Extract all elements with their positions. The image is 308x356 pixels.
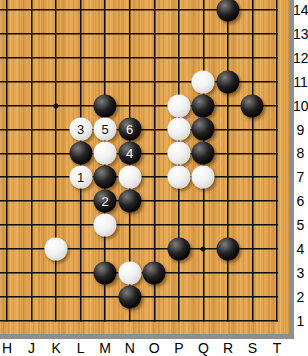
intersection-M4[interactable] <box>93 237 118 261</box>
intersection-P13[interactable] <box>167 22 192 46</box>
intersection-J7[interactable] <box>19 165 44 189</box>
black-stone-M3 <box>94 261 117 284</box>
intersection-Q8[interactable] <box>191 141 216 165</box>
intersection-K10[interactable] <box>44 94 69 118</box>
intersection-S10[interactable] <box>240 94 265 118</box>
intersection-P2[interactable] <box>167 285 192 309</box>
black-stone-Q10 <box>192 94 215 117</box>
intersection-O7[interactable] <box>142 165 167 189</box>
intersection-K13[interactable] <box>44 22 69 46</box>
intersection-Q1[interactable] <box>191 309 216 333</box>
white-stone-M8 <box>94 142 117 165</box>
row-label-8: 8 <box>293 145 308 161</box>
intersection-J14[interactable] <box>19 0 44 22</box>
intersection-Q13[interactable] <box>191 22 216 46</box>
intersection-R8[interactable] <box>216 141 241 165</box>
intersection-P3[interactable] <box>167 261 192 285</box>
intersection-L12[interactable] <box>68 46 93 70</box>
intersection-N5[interactable] <box>117 213 142 237</box>
star-point-Q4 <box>201 246 206 251</box>
row-label-5: 5 <box>293 217 308 233</box>
intersection-M3[interactable] <box>93 261 118 285</box>
intersection-H8[interactable] <box>0 141 19 165</box>
intersection-M13[interactable] <box>93 22 118 46</box>
row-label-4: 4 <box>293 241 308 257</box>
black-stone-P4 <box>167 237 190 260</box>
intersection-T12[interactable] <box>265 46 290 70</box>
go-board: 356412 <box>0 0 294 339</box>
column-label-T: T <box>273 340 282 356</box>
intersection-J4[interactable] <box>19 237 44 261</box>
intersection-L11[interactable] <box>68 70 93 94</box>
intersection-J9[interactable] <box>19 117 44 141</box>
intersection-M2[interactable] <box>93 285 118 309</box>
intersection-J10[interactable] <box>19 94 44 118</box>
intersection-L5[interactable] <box>68 213 93 237</box>
column-label-L: L <box>77 340 85 356</box>
intersection-L7[interactable]: 1 <box>68 165 93 189</box>
intersection-S12[interactable] <box>240 46 265 70</box>
black-stone-M10 <box>94 94 117 117</box>
row-label-3: 3 <box>293 265 308 281</box>
intersection-P9[interactable] <box>167 117 192 141</box>
intersection-T7[interactable] <box>265 165 290 189</box>
intersection-O1[interactable] <box>142 309 167 333</box>
intersection-K3[interactable] <box>44 261 69 285</box>
intersection-H7[interactable] <box>0 165 19 189</box>
intersection-O4[interactable] <box>142 237 167 261</box>
intersection-P14[interactable] <box>167 0 192 22</box>
intersection-P1[interactable] <box>167 309 192 333</box>
intersection-N9[interactable]: 6 <box>117 117 142 141</box>
column-label-H: H <box>2 340 12 356</box>
intersection-Q9[interactable] <box>191 117 216 141</box>
intersection-P4[interactable] <box>167 237 192 261</box>
intersection-P12[interactable] <box>167 46 192 70</box>
intersection-L8[interactable] <box>68 141 93 165</box>
intersection-N14[interactable] <box>117 0 142 22</box>
intersection-T14[interactable] <box>265 0 290 22</box>
intersection-K2[interactable] <box>44 285 69 309</box>
intersection-T9[interactable] <box>265 117 290 141</box>
row-label-13: 13 <box>293 26 308 42</box>
black-stone-N6 <box>118 190 141 213</box>
intersection-N3[interactable] <box>117 261 142 285</box>
intersection-S1[interactable] <box>240 309 265 333</box>
row-label-7: 7 <box>293 169 308 185</box>
star-point-K10 <box>54 103 59 108</box>
intersection-R5[interactable] <box>216 213 241 237</box>
intersection-R6[interactable] <box>216 189 241 213</box>
column-label-J: J <box>28 340 35 356</box>
white-stone-P8 <box>167 142 190 165</box>
black-stone-N2 <box>118 285 141 308</box>
row-label-11: 11 <box>293 74 308 90</box>
intersection-M7[interactable] <box>93 165 118 189</box>
intersection-L14[interactable] <box>68 0 93 22</box>
intersection-J8[interactable] <box>19 141 44 165</box>
intersection-T6[interactable] <box>265 189 290 213</box>
intersection-R7[interactable] <box>216 165 241 189</box>
intersection-O5[interactable] <box>142 213 167 237</box>
intersection-S7[interactable] <box>240 165 265 189</box>
intersection-Q6[interactable] <box>191 189 216 213</box>
row-label-9: 9 <box>293 122 308 138</box>
intersection-N6[interactable] <box>117 189 142 213</box>
intersection-S6[interactable] <box>240 189 265 213</box>
intersection-S3[interactable] <box>240 261 265 285</box>
intersection-R12[interactable] <box>216 46 241 70</box>
black-stone-Q9 <box>192 118 215 141</box>
intersection-H12[interactable] <box>0 46 19 70</box>
intersection-R2[interactable] <box>216 285 241 309</box>
intersection-O13[interactable] <box>142 22 167 46</box>
intersection-S14[interactable] <box>240 0 265 22</box>
intersection-O14[interactable] <box>142 0 167 22</box>
intersection-K7[interactable] <box>44 165 69 189</box>
move-number-5: 5 <box>102 123 109 136</box>
intersection-O3[interactable] <box>142 261 167 285</box>
intersection-N4[interactable] <box>117 237 142 261</box>
intersection-O9[interactable] <box>142 117 167 141</box>
intersection-R4[interactable] <box>216 237 241 261</box>
column-label-P: P <box>174 340 183 356</box>
intersection-M6[interactable]: 2 <box>93 189 118 213</box>
black-stone-O3 <box>143 261 166 284</box>
black-stone-Q8 <box>192 142 215 165</box>
black-stone-R4 <box>216 237 239 260</box>
intersection-J3[interactable] <box>19 261 44 285</box>
intersection-R1[interactable] <box>216 309 241 333</box>
intersection-J11[interactable] <box>19 70 44 94</box>
intersection-O12[interactable] <box>142 46 167 70</box>
column-label-R: R <box>223 340 233 356</box>
intersection-M5[interactable] <box>93 213 118 237</box>
intersection-R11[interactable] <box>216 70 241 94</box>
intersection-N1[interactable] <box>117 309 142 333</box>
intersection-H1[interactable] <box>0 309 19 333</box>
black-stone-R14 <box>216 0 239 21</box>
white-stone-P9 <box>167 118 190 141</box>
intersection-T4[interactable] <box>265 237 290 261</box>
intersection-P10[interactable] <box>167 94 192 118</box>
intersection-H11[interactable] <box>0 70 19 94</box>
row-label-12: 12 <box>293 50 308 66</box>
intersection-T8[interactable] <box>265 141 290 165</box>
intersection-P8[interactable] <box>167 141 192 165</box>
move-number-4: 4 <box>126 147 133 160</box>
intersection-J12[interactable] <box>19 46 44 70</box>
intersection-Q7[interactable] <box>191 165 216 189</box>
intersection-J1[interactable] <box>19 309 44 333</box>
intersection-Q10[interactable] <box>191 94 216 118</box>
intersection-O10[interactable] <box>142 94 167 118</box>
intersection-K5[interactable] <box>44 213 69 237</box>
move-number-1: 1 <box>77 171 84 184</box>
intersection-Q11[interactable] <box>191 70 216 94</box>
black-stone-L8 <box>69 142 92 165</box>
intersection-Q5[interactable] <box>191 213 216 237</box>
row-label-6: 6 <box>293 193 308 209</box>
intersection-H13[interactable] <box>0 22 19 46</box>
intersection-P11[interactable] <box>167 70 192 94</box>
intersection-J13[interactable] <box>19 22 44 46</box>
intersection-O2[interactable] <box>142 285 167 309</box>
intersection-L3[interactable] <box>68 261 93 285</box>
intersection-H2[interactable] <box>0 285 19 309</box>
intersection-N8[interactable]: 4 <box>117 141 142 165</box>
white-stone-L7: 1 <box>69 166 92 189</box>
intersection-M9[interactable]: 5 <box>93 117 118 141</box>
intersection-L6[interactable] <box>68 189 93 213</box>
intersection-S13[interactable] <box>240 22 265 46</box>
intersection-M1[interactable] <box>93 309 118 333</box>
white-stone-P10 <box>167 94 190 117</box>
intersection-S11[interactable] <box>240 70 265 94</box>
move-number-3: 3 <box>77 123 84 136</box>
intersection-K9[interactable] <box>44 117 69 141</box>
white-stone-N7 <box>118 166 141 189</box>
intersection-K11[interactable] <box>44 70 69 94</box>
column-label-N: N <box>125 340 135 356</box>
intersection-H3[interactable] <box>0 261 19 285</box>
intersection-H10[interactable] <box>0 94 19 118</box>
intersection-O11[interactable] <box>142 70 167 94</box>
intersection-J6[interactable] <box>19 189 44 213</box>
intersection-L10[interactable] <box>68 94 93 118</box>
intersection-S2[interactable] <box>240 285 265 309</box>
intersection-H6[interactable] <box>0 189 19 213</box>
black-stone-M7 <box>94 166 117 189</box>
white-stone-M5 <box>94 213 117 236</box>
go-diagram-screenshot: { "game": "go", "diagram": { "descriptio… <box>0 0 308 356</box>
row-label-14: 14 <box>293 2 308 18</box>
row-label-2: 2 <box>293 289 308 305</box>
black-stone-N9: 6 <box>118 118 141 141</box>
intersection-M11[interactable] <box>93 70 118 94</box>
white-stone-Q7 <box>192 166 215 189</box>
intersection-T11[interactable] <box>265 70 290 94</box>
intersection-L1[interactable] <box>68 309 93 333</box>
white-stone-L9: 3 <box>69 118 92 141</box>
intersection-T10[interactable] <box>265 94 290 118</box>
intersection-L4[interactable] <box>68 237 93 261</box>
white-stone-P7 <box>167 166 190 189</box>
intersection-R9[interactable] <box>216 117 241 141</box>
intersection-L2[interactable] <box>68 285 93 309</box>
intersection-P5[interactable] <box>167 213 192 237</box>
intersection-S4[interactable] <box>240 237 265 261</box>
column-label-M: M <box>99 340 111 356</box>
intersection-K1[interactable] <box>44 309 69 333</box>
intersection-Q2[interactable] <box>191 285 216 309</box>
row-label-10: 10 <box>293 98 308 114</box>
intersection-S8[interactable] <box>240 141 265 165</box>
intersection-P6[interactable] <box>167 189 192 213</box>
intersection-N11[interactable] <box>117 70 142 94</box>
intersection-O6[interactable] <box>142 189 167 213</box>
intersection-O8[interactable] <box>142 141 167 165</box>
move-number-2: 2 <box>102 195 109 208</box>
intersection-M8[interactable] <box>93 141 118 165</box>
intersection-K6[interactable] <box>44 189 69 213</box>
intersection-N12[interactable] <box>117 46 142 70</box>
intersection-P7[interactable] <box>167 165 192 189</box>
intersection-Q14[interactable] <box>191 0 216 22</box>
intersection-Q4[interactable] <box>191 237 216 261</box>
intersection-T3[interactable] <box>265 261 290 285</box>
intersection-R3[interactable] <box>216 261 241 285</box>
column-label-Q: Q <box>198 340 209 356</box>
intersection-K12[interactable] <box>44 46 69 70</box>
intersection-T5[interactable] <box>265 213 290 237</box>
intersection-S9[interactable] <box>240 117 265 141</box>
intersection-R14[interactable] <box>216 0 241 22</box>
intersection-R10[interactable] <box>216 94 241 118</box>
intersection-T2[interactable] <box>265 285 290 309</box>
board-grid: 356412 <box>0 0 289 333</box>
intersection-N10[interactable] <box>117 94 142 118</box>
black-stone-R11 <box>216 70 239 93</box>
intersection-Q12[interactable] <box>191 46 216 70</box>
column-label-K: K <box>51 340 60 356</box>
black-stone-N8: 4 <box>118 142 141 165</box>
intersection-L13[interactable] <box>68 22 93 46</box>
intersection-M10[interactable] <box>93 94 118 118</box>
white-stone-Q11 <box>192 70 215 93</box>
intersection-N7[interactable] <box>117 165 142 189</box>
intersection-J2[interactable] <box>19 285 44 309</box>
intersection-J5[interactable] <box>19 213 44 237</box>
black-stone-M6: 2 <box>94 190 117 213</box>
intersection-M12[interactable] <box>93 46 118 70</box>
intersection-H4[interactable] <box>0 237 19 261</box>
intersection-H9[interactable] <box>0 117 19 141</box>
intersection-T1[interactable] <box>265 309 290 333</box>
intersection-M14[interactable] <box>93 0 118 22</box>
intersection-N13[interactable] <box>117 22 142 46</box>
intersection-T13[interactable] <box>265 22 290 46</box>
black-stone-S10 <box>241 94 264 117</box>
intersection-H5[interactable] <box>0 213 19 237</box>
intersection-S5[interactable] <box>240 213 265 237</box>
column-label-O: O <box>149 340 160 356</box>
intersection-N2[interactable] <box>117 285 142 309</box>
intersection-L9[interactable]: 3 <box>68 117 93 141</box>
row-label-1: 1 <box>293 313 308 329</box>
move-number-6: 6 <box>126 123 133 136</box>
intersection-H14[interactable] <box>0 0 19 22</box>
column-label-S: S <box>248 340 257 356</box>
intersection-Q3[interactable] <box>191 261 216 285</box>
intersection-K8[interactable] <box>44 141 69 165</box>
intersection-K14[interactable] <box>44 0 69 22</box>
white-stone-K4 <box>45 237 68 260</box>
intersection-K4[interactable] <box>44 237 69 261</box>
white-stone-N3 <box>118 261 141 284</box>
white-stone-M9: 5 <box>94 118 117 141</box>
intersection-R13[interactable] <box>216 22 241 46</box>
